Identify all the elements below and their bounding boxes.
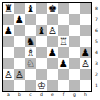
black-bishop-c8: ♝: [26, 3, 35, 14]
square-g4[interactable]: [69, 47, 80, 58]
white-pawn-a2: ♙: [4, 69, 13, 80]
square-a2[interactable]: ♙: [3, 69, 14, 80]
square-f5[interactable]: ♖: [58, 36, 69, 47]
square-f6[interactable]: [58, 25, 69, 36]
square-a6[interactable]: ♟: [3, 25, 14, 36]
square-h5[interactable]: [80, 36, 91, 47]
square-c3[interactable]: ♘: [25, 58, 36, 69]
black-king-e8: ♚: [48, 3, 57, 14]
square-h2[interactable]: [80, 69, 91, 80]
black-pawn-h4: ♟: [81, 47, 90, 58]
square-g5[interactable]: [69, 36, 80, 47]
square-f3[interactable]: ♟: [58, 58, 69, 69]
square-d3[interactable]: [36, 58, 47, 69]
square-g8[interactable]: [69, 3, 80, 14]
square-e5[interactable]: [47, 36, 58, 47]
black-knight-c5: ♞: [26, 36, 35, 47]
rank-label-6: 6: [93, 25, 100, 36]
square-h8[interactable]: [80, 3, 91, 14]
square-a5[interactable]: [3, 36, 14, 47]
black-bishop-d6: ♝: [37, 25, 46, 36]
square-e4[interactable]: ♟: [47, 47, 58, 58]
square-f4[interactable]: [58, 47, 69, 58]
square-c4[interactable]: ♗: [25, 47, 36, 58]
square-b1[interactable]: [14, 80, 25, 91]
square-g7[interactable]: [69, 14, 80, 25]
square-c2[interactable]: [25, 69, 36, 80]
square-g2[interactable]: [69, 69, 80, 80]
square-h4[interactable]: ♟: [80, 47, 91, 58]
white-bishop-c4: ♗: [26, 47, 35, 58]
square-b3[interactable]: [14, 58, 25, 69]
file-label-g: g: [69, 91, 80, 98]
file-label-d: d: [36, 91, 47, 98]
square-g3[interactable]: [69, 58, 80, 69]
rank-label-5: 5: [93, 36, 100, 47]
square-h6[interactable]: [80, 25, 91, 36]
square-a1[interactable]: [3, 80, 14, 91]
square-d2[interactable]: [36, 69, 47, 80]
square-b6[interactable]: [14, 25, 25, 36]
square-e8[interactable]: ♚: [47, 3, 58, 14]
rank-label-3: 3: [93, 58, 100, 69]
square-b5[interactable]: [14, 36, 25, 47]
black-pawn-f3: ♟: [59, 58, 68, 69]
white-knight-c3: ♘: [26, 58, 35, 69]
square-c8[interactable]: ♝: [25, 3, 36, 14]
chess-board: ♜♝♚♟♟♝♙♞♖♗♟♟♘♟♙♙♙♔: [2, 2, 92, 92]
square-b8[interactable]: [14, 3, 25, 14]
rank-label-7: 7: [93, 14, 100, 25]
file-label-a: a: [3, 91, 14, 98]
square-b7[interactable]: ♟: [14, 14, 25, 25]
black-pawn-a6: ♟: [4, 25, 13, 36]
file-labels: abcdefgh: [3, 91, 91, 98]
square-a7[interactable]: [3, 14, 14, 25]
square-d1[interactable]: ♔: [36, 80, 47, 91]
square-h3[interactable]: ♙: [80, 58, 91, 69]
square-a4[interactable]: [3, 47, 14, 58]
square-g6[interactable]: [69, 25, 80, 36]
square-d4[interactable]: [36, 47, 47, 58]
white-rook-f5: ♖: [59, 36, 68, 47]
square-e3[interactable]: [47, 58, 58, 69]
rank-label-2: 2: [93, 69, 100, 80]
rank-label-4: 4: [93, 47, 100, 58]
square-a8[interactable]: ♜: [3, 3, 14, 14]
square-d5[interactable]: [36, 36, 47, 47]
square-d8[interactable]: [36, 3, 47, 14]
rank-labels: 87654321: [93, 3, 100, 91]
file-label-f: f: [58, 91, 69, 98]
square-c7[interactable]: [25, 14, 36, 25]
black-rook-a8: ♜: [4, 3, 13, 14]
file-label-c: c: [25, 91, 36, 98]
square-e1[interactable]: [47, 80, 58, 91]
square-c5[interactable]: ♞: [25, 36, 36, 47]
black-pawn-e4: ♟: [48, 47, 57, 58]
rank-label-8: 8: [93, 3, 100, 14]
file-label-e: e: [47, 91, 58, 98]
square-f8[interactable]: [58, 3, 69, 14]
file-label-h: h: [80, 91, 91, 98]
white-pawn-e6: ♙: [48, 25, 57, 36]
square-e2[interactable]: [47, 69, 58, 80]
square-f7[interactable]: [58, 14, 69, 25]
square-a3[interactable]: [3, 58, 14, 69]
square-b2[interactable]: ♙: [14, 69, 25, 80]
black-pawn-b7: ♟: [15, 14, 24, 25]
rank-label-1: 1: [93, 80, 100, 91]
square-h1[interactable]: [80, 80, 91, 91]
square-d7[interactable]: [36, 14, 47, 25]
white-pawn-h3: ♙: [81, 58, 90, 69]
square-f1[interactable]: [58, 80, 69, 91]
white-king-d1: ♔: [37, 80, 46, 91]
file-label-b: b: [14, 91, 25, 98]
white-pawn-b2: ♙: [15, 69, 24, 80]
square-d6[interactable]: ♝: [36, 25, 47, 36]
square-e6[interactable]: ♙: [47, 25, 58, 36]
square-c6[interactable]: [25, 25, 36, 36]
square-g1[interactable]: [69, 80, 80, 91]
chess-diagram: ♜♝♚♟♟♝♙♞♖♗♟♟♘♟♙♙♙♔ abcdefgh 87654321: [0, 0, 100, 100]
square-c1[interactable]: [25, 80, 36, 91]
square-b4[interactable]: [14, 47, 25, 58]
square-e7[interactable]: [47, 14, 58, 25]
square-h7[interactable]: [80, 14, 91, 25]
square-f2[interactable]: [58, 69, 69, 80]
